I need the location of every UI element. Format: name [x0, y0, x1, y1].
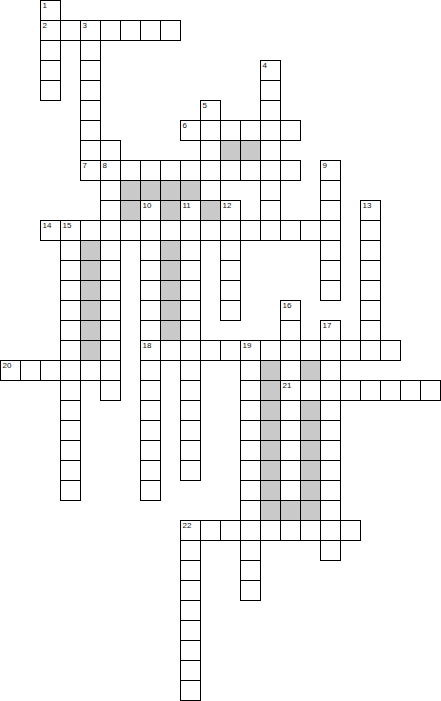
- clue-number-12: 12: [223, 201, 232, 210]
- cell-r17-c13[interactable]: [260, 340, 281, 361]
- cell-r23-c15-shaded[interactable]: [300, 460, 321, 481]
- cell-r3-c4[interactable]: [80, 60, 101, 81]
- cell-r17-c15[interactable]: [300, 340, 321, 361]
- cell-r24-c14[interactable]: [280, 480, 301, 501]
- cell-r10-c13[interactable]: [260, 200, 281, 221]
- cell-r21-c14[interactable]: [280, 420, 301, 441]
- cell-r7-c11-shaded[interactable]: [220, 140, 241, 161]
- cell-r18-c2[interactable]: [40, 360, 61, 381]
- cell-r29-c12[interactable]: [240, 580, 261, 601]
- cell-r19-c14[interactable]: 21: [280, 380, 301, 401]
- cell-r16-c9[interactable]: [180, 320, 201, 341]
- cell-r1-c2[interactable]: 2: [40, 20, 61, 41]
- cell-r26-c10[interactable]: [200, 520, 221, 541]
- cell-r19-c3[interactable]: [60, 380, 81, 401]
- cell-r25-c12[interactable]: [240, 500, 261, 521]
- cell-r11-c7[interactable]: [140, 220, 161, 241]
- cell-r12-c3[interactable]: [60, 240, 81, 261]
- cell-r16-c5[interactable]: [100, 320, 121, 341]
- cell-r22-c13-shaded[interactable]: [260, 440, 281, 461]
- cell-r9-c9-shaded[interactable]: [180, 180, 201, 201]
- clue-number-20: 20: [3, 361, 12, 370]
- clue-number-11: 11: [183, 201, 191, 210]
- cell-r8-c5[interactable]: 8: [100, 160, 121, 181]
- cell-r16-c3[interactable]: [60, 320, 81, 341]
- cell-r15-c9[interactable]: [180, 300, 201, 321]
- cell-r14-c18[interactable]: [360, 280, 381, 301]
- cell-r17-c9[interactable]: [180, 340, 201, 361]
- cell-r25-c14-shaded[interactable]: [280, 500, 301, 521]
- clue-number-9: 9: [323, 161, 327, 170]
- cell-r23-c3[interactable]: [60, 460, 81, 481]
- cell-r26-c9[interactable]: 22: [180, 520, 201, 541]
- cell-r16-c7[interactable]: [140, 320, 161, 341]
- cell-r26-c17[interactable]: [340, 520, 361, 541]
- cell-r20-c12[interactable]: [240, 400, 261, 421]
- clue-number-8: 8: [103, 161, 107, 170]
- clue-number-14: 14: [43, 221, 52, 230]
- cell-r33-c9[interactable]: [180, 660, 201, 681]
- cell-r12-c11[interactable]: [220, 240, 241, 261]
- clue-number-3: 3: [83, 21, 87, 30]
- cell-r19-c13-shaded[interactable]: [260, 380, 281, 401]
- cell-r15-c11[interactable]: [220, 300, 241, 321]
- page: 12345678910111213141516171819202122: [0, 0, 441, 701]
- cell-r1-c3[interactable]: [60, 20, 81, 41]
- cell-r15-c18[interactable]: [360, 300, 381, 321]
- cell-r4-c4[interactable]: [80, 80, 101, 101]
- crossword-board: 12345678910111213141516171819202122: [0, 0, 441, 701]
- cell-r19-c5[interactable]: [100, 380, 121, 401]
- clue-number-22: 22: [183, 521, 192, 530]
- cell-r11-c16[interactable]: [320, 220, 341, 241]
- cell-r11-c9[interactable]: [180, 220, 201, 241]
- cell-r18-c15-shaded[interactable]: [300, 360, 321, 381]
- cell-r19-c17[interactable]: [340, 380, 361, 401]
- cell-r10-c8-shaded[interactable]: [160, 200, 181, 221]
- cell-r13-c4-shaded[interactable]: [80, 260, 101, 281]
- cell-r19-c18[interactable]: [360, 380, 381, 401]
- cell-r29-c9[interactable]: [180, 580, 201, 601]
- cell-r19-c7[interactable]: [140, 380, 161, 401]
- cell-r18-c9[interactable]: [180, 360, 201, 381]
- cell-r17-c17[interactable]: [340, 340, 361, 361]
- cell-r18-c3[interactable]: [60, 360, 81, 381]
- cell-r19-c9[interactable]: [180, 380, 201, 401]
- cell-r20-c9[interactable]: [180, 400, 201, 421]
- cell-r17-c8[interactable]: [160, 340, 181, 361]
- cell-r17-c16[interactable]: [320, 340, 341, 361]
- cell-r8-c10[interactable]: [200, 160, 221, 181]
- cell-r18-c13-shaded[interactable]: [260, 360, 281, 381]
- cell-r15-c3[interactable]: [60, 300, 81, 321]
- cell-r22-c3[interactable]: [60, 440, 81, 461]
- cell-r24-c12[interactable]: [240, 480, 261, 501]
- clue-number-2: 2: [43, 21, 47, 30]
- cell-r22-c14[interactable]: [280, 440, 301, 461]
- cell-r22-c9[interactable]: [180, 440, 201, 461]
- cell-r6-c13[interactable]: [260, 120, 281, 141]
- cell-r15-c8-shaded[interactable]: [160, 300, 181, 321]
- cell-r26-c11[interactable]: [220, 520, 241, 541]
- cell-r25-c13-shaded[interactable]: [260, 500, 281, 521]
- cell-r2-c2[interactable]: [40, 40, 61, 61]
- cell-r17-c10[interactable]: [200, 340, 221, 361]
- cell-r8-c9[interactable]: [180, 160, 201, 181]
- cell-r23-c12[interactable]: [240, 460, 261, 481]
- cell-r24-c15-shaded[interactable]: [300, 480, 321, 501]
- clue-number-10: 10: [143, 201, 152, 210]
- cell-r10-c10-shaded[interactable]: [200, 200, 221, 221]
- cell-r8-c7[interactable]: [140, 160, 161, 181]
- cell-r10-c16[interactable]: [320, 200, 341, 221]
- clue-number-15: 15: [63, 221, 72, 230]
- cell-r11-c15[interactable]: [300, 220, 321, 241]
- clue-number-5: 5: [203, 101, 207, 110]
- cell-r10-c18[interactable]: 13: [360, 200, 381, 221]
- clue-number-19: 19: [243, 341, 252, 350]
- cell-r17-c4-shaded[interactable]: [80, 340, 101, 361]
- cell-r8-c12[interactable]: [240, 160, 261, 181]
- cell-r14-c3[interactable]: [60, 280, 81, 301]
- cell-r7-c4[interactable]: [80, 140, 101, 161]
- cell-r6-c9[interactable]: 6: [180, 120, 201, 141]
- cell-r15-c14[interactable]: 16: [280, 300, 301, 321]
- cell-r18-c5[interactable]: [100, 360, 121, 381]
- cell-r23-c14[interactable]: [280, 460, 301, 481]
- cell-r22-c16[interactable]: [320, 440, 341, 461]
- cell-r21-c3[interactable]: [60, 420, 81, 441]
- cell-r12-c8-shaded[interactable]: [160, 240, 181, 261]
- cell-r11-c2[interactable]: 14: [40, 220, 61, 241]
- cell-r7-c13[interactable]: [260, 140, 281, 161]
- cell-r11-c4[interactable]: [80, 220, 101, 241]
- cell-r10-c5[interactable]: [100, 200, 121, 221]
- cell-r20-c13-shaded[interactable]: [260, 400, 281, 421]
- cell-r16-c8-shaded[interactable]: [160, 320, 181, 341]
- cell-r1-c7[interactable]: [140, 20, 161, 41]
- cell-r3-c2[interactable]: [40, 60, 61, 81]
- cell-r5-c10[interactable]: 5: [200, 100, 221, 121]
- cell-r6-c10[interactable]: [200, 120, 221, 141]
- cell-r23-c13-shaded[interactable]: [260, 460, 281, 481]
- cell-r17-c7[interactable]: 18: [140, 340, 161, 361]
- cell-r7-c10[interactable]: [200, 140, 221, 161]
- cell-r26-c14[interactable]: [280, 520, 301, 541]
- clue-number-21: 21: [283, 381, 292, 390]
- cell-r9-c13[interactable]: [260, 180, 281, 201]
- cell-r16-c18[interactable]: [360, 320, 381, 341]
- cell-r9-c8-shaded[interactable]: [160, 180, 181, 201]
- cell-r13-c11[interactable]: [220, 260, 241, 281]
- cell-r10-c9[interactable]: 11: [180, 200, 201, 221]
- cell-r14-c9[interactable]: [180, 280, 201, 301]
- cell-r11-c3[interactable]: 15: [60, 220, 81, 241]
- cell-r11-c13[interactable]: [260, 220, 281, 241]
- cell-r21-c7[interactable]: [140, 420, 161, 441]
- cell-r17-c14[interactable]: [280, 340, 301, 361]
- cell-r14-c16[interactable]: [320, 280, 341, 301]
- cell-r4-c13[interactable]: [260, 80, 281, 101]
- cell-r13-c7[interactable]: [140, 260, 161, 281]
- cell-r24-c7[interactable]: [140, 480, 161, 501]
- cell-r11-c14[interactable]: [280, 220, 301, 241]
- cell-r8-c16[interactable]: 9: [320, 160, 341, 181]
- cell-r17-c12[interactable]: 19: [240, 340, 261, 361]
- cell-r14-c8-shaded[interactable]: [160, 280, 181, 301]
- cell-r11-c8[interactable]: [160, 220, 181, 241]
- cell-r13-c5[interactable]: [100, 260, 121, 281]
- cell-r18-c4[interactable]: [80, 360, 101, 381]
- cell-r11-c18[interactable]: [360, 220, 381, 241]
- cell-r16-c16[interactable]: 17: [320, 320, 341, 341]
- cell-r20-c15-shaded[interactable]: [300, 400, 321, 421]
- cell-r18-c12[interactable]: [240, 360, 261, 381]
- cell-r19-c12[interactable]: [240, 380, 261, 401]
- cell-r12-c16[interactable]: [320, 240, 341, 261]
- cell-r23-c9[interactable]: [180, 460, 201, 481]
- cell-r22-c7[interactable]: [140, 440, 161, 461]
- cell-r19-c20[interactable]: [400, 380, 421, 401]
- cell-r20-c7[interactable]: [140, 400, 161, 421]
- cell-r21-c12[interactable]: [240, 420, 261, 441]
- cell-r8-c4[interactable]: 7: [80, 160, 101, 181]
- clue-number-4: 4: [263, 61, 267, 70]
- clue-number-18: 18: [143, 341, 152, 350]
- cell-r9-c10[interactable]: [200, 180, 221, 201]
- cell-r11-c10[interactable]: [200, 220, 221, 241]
- cell-r12-c7[interactable]: [140, 240, 161, 261]
- cell-r13-c8-shaded[interactable]: [160, 260, 181, 281]
- cell-r11-c6[interactable]: [120, 220, 141, 241]
- cell-r17-c11[interactable]: [220, 340, 241, 361]
- cell-r17-c3[interactable]: [60, 340, 81, 361]
- cell-r11-c11[interactable]: [220, 220, 241, 241]
- cell-r23-c7[interactable]: [140, 460, 161, 481]
- cell-r32-c9[interactable]: [180, 640, 201, 661]
- cell-r28-c12[interactable]: [240, 560, 261, 581]
- cell-r26-c16[interactable]: [320, 520, 341, 541]
- cell-r24-c13-shaded[interactable]: [260, 480, 281, 501]
- cell-r12-c18[interactable]: [360, 240, 381, 261]
- cell-r13-c18[interactable]: [360, 260, 381, 281]
- cell-r15-c4-shaded[interactable]: [80, 300, 101, 321]
- cell-r9-c7-shaded[interactable]: [140, 180, 161, 201]
- cell-r2-c4[interactable]: [80, 40, 101, 61]
- clue-number-6: 6: [183, 121, 187, 130]
- cell-r22-c15-shaded[interactable]: [300, 440, 321, 461]
- cell-r17-c5[interactable]: [100, 340, 121, 361]
- cell-r34-c9[interactable]: [180, 680, 201, 701]
- cell-r21-c9[interactable]: [180, 420, 201, 441]
- cell-r5-c4[interactable]: [80, 100, 101, 121]
- cell-r19-c16[interactable]: [320, 380, 341, 401]
- cell-r10-c11[interactable]: 12: [220, 200, 241, 221]
- cell-r24-c3[interactable]: [60, 480, 81, 501]
- clue-number-17: 17: [323, 321, 332, 330]
- cell-r28-c9[interactable]: [180, 560, 201, 581]
- cell-r8-c14[interactable]: [280, 160, 301, 181]
- cell-r6-c12[interactable]: [240, 120, 261, 141]
- cell-r17-c19[interactable]: [380, 340, 401, 361]
- cell-r21-c16[interactable]: [320, 420, 341, 441]
- cell-r16-c14[interactable]: [280, 320, 301, 341]
- cell-r21-c13-shaded[interactable]: [260, 420, 281, 441]
- cell-r20-c14[interactable]: [280, 400, 301, 421]
- cell-r19-c19[interactable]: [380, 380, 401, 401]
- cell-r19-c15[interactable]: [300, 380, 321, 401]
- cell-r27-c16[interactable]: [320, 540, 341, 561]
- cell-r11-c12[interactable]: [240, 220, 261, 241]
- cell-r14-c5[interactable]: [100, 280, 121, 301]
- cell-r17-c18[interactable]: [360, 340, 381, 361]
- clue-number-16: 16: [283, 301, 292, 310]
- clue-number-1: 1: [43, 1, 47, 10]
- cell-r14-c7[interactable]: [140, 280, 161, 301]
- cell-r0-c2[interactable]: 1: [40, 0, 61, 21]
- cell-r8-c8[interactable]: [160, 160, 181, 181]
- cell-r18-c0[interactable]: 20: [0, 360, 21, 381]
- cell-r4-c2[interactable]: [40, 80, 61, 101]
- cell-r15-c5[interactable]: [100, 300, 121, 321]
- cell-r18-c7[interactable]: [140, 360, 161, 381]
- cell-r10-c7[interactable]: 10: [140, 200, 161, 221]
- cell-r8-c13[interactable]: [260, 160, 281, 181]
- cell-r6-c4[interactable]: [80, 120, 101, 141]
- clue-number-7: 7: [83, 161, 87, 170]
- cell-r20-c16[interactable]: [320, 400, 341, 421]
- cell-r31-c9[interactable]: [180, 620, 201, 641]
- cell-r1-c4[interactable]: 3: [80, 20, 101, 41]
- cell-r13-c16[interactable]: [320, 260, 341, 281]
- cell-r21-c15-shaded[interactable]: [300, 420, 321, 441]
- cell-r11-c5[interactable]: [100, 220, 121, 241]
- cell-r16-c4-shaded[interactable]: [80, 320, 101, 341]
- cell-r23-c16[interactable]: [320, 460, 341, 481]
- cell-r12-c5[interactable]: [100, 240, 121, 261]
- cell-r14-c4-shaded[interactable]: [80, 280, 101, 301]
- cell-r14-c11[interactable]: [220, 280, 241, 301]
- cell-r26-c15[interactable]: [300, 520, 321, 541]
- cell-r13-c3[interactable]: [60, 260, 81, 281]
- cell-r27-c9[interactable]: [180, 540, 201, 561]
- cell-r9-c6-shaded[interactable]: [120, 180, 141, 201]
- cell-r8-c6[interactable]: [120, 160, 141, 181]
- cell-r20-c3[interactable]: [60, 400, 81, 421]
- cell-r18-c1[interactable]: [20, 360, 41, 381]
- cell-r5-c13[interactable]: [260, 100, 281, 121]
- cell-r19-c21[interactable]: [420, 380, 441, 401]
- cell-r26-c13[interactable]: [260, 520, 281, 541]
- cell-r24-c16[interactable]: [320, 480, 341, 501]
- cell-r6-c11[interactable]: [220, 120, 241, 141]
- cell-r22-c12[interactable]: [240, 440, 261, 461]
- cell-r3-c13[interactable]: 4: [260, 60, 281, 81]
- clue-number-13: 13: [363, 201, 372, 210]
- cell-r7-c5[interactable]: [100, 140, 121, 161]
- cell-r25-c16[interactable]: [320, 500, 341, 521]
- cell-r10-c6-shaded[interactable]: [120, 200, 141, 221]
- cell-r6-c14[interactable]: [280, 120, 301, 141]
- cell-r12-c4-shaded[interactable]: [80, 240, 101, 261]
- cell-r30-c9[interactable]: [180, 600, 201, 621]
- cell-r12-c9[interactable]: [180, 240, 201, 261]
- cell-r25-c15-shaded[interactable]: [300, 500, 321, 521]
- cell-r8-c11[interactable]: [220, 160, 241, 181]
- cell-r18-c14[interactable]: [280, 360, 301, 381]
- cell-r1-c5[interactable]: [100, 20, 121, 41]
- cell-r15-c7[interactable]: [140, 300, 161, 321]
- cell-r27-c12[interactable]: [240, 540, 261, 561]
- cell-r1-c8[interactable]: [160, 20, 181, 41]
- cell-r26-c12[interactable]: [240, 520, 261, 541]
- cell-r9-c5[interactable]: [100, 180, 121, 201]
- cell-r13-c9[interactable]: [180, 260, 201, 281]
- cell-r7-c12-shaded[interactable]: [240, 140, 261, 161]
- cell-r9-c16[interactable]: [320, 180, 341, 201]
- cell-r1-c6[interactable]: [120, 20, 141, 41]
- cell-r18-c16[interactable]: [320, 360, 341, 381]
